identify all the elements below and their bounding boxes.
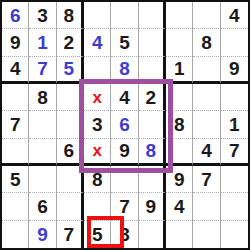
cell-r6c7[interactable] xyxy=(166,139,193,166)
cell-r4c5[interactable]: 4 xyxy=(111,84,138,111)
given-digit: 8 xyxy=(201,33,212,52)
cell-r6c9[interactable]: 7 xyxy=(221,139,248,166)
given-digit: 5 xyxy=(119,33,130,52)
given-digit: 1 xyxy=(229,115,240,134)
cell-r2c8[interactable]: 8 xyxy=(193,29,220,56)
cell-r7c1[interactable]: 5 xyxy=(2,166,29,193)
given-digit: 7 xyxy=(201,170,212,189)
entered-digit: 4 xyxy=(92,33,103,52)
cell-r5c9[interactable]: 1 xyxy=(221,111,248,138)
cell-r9c8[interactable] xyxy=(193,221,220,248)
cell-r1c2[interactable]: 3 xyxy=(29,2,56,29)
cell-r3c9[interactable]: 9 xyxy=(221,57,248,84)
cell-r8c5[interactable]: 7 xyxy=(111,193,138,220)
cell-r1c5[interactable] xyxy=(111,2,138,29)
cell-r8c1[interactable] xyxy=(2,193,29,220)
cell-r2c5[interactable]: 5 xyxy=(111,29,138,56)
cell-r1c8[interactable] xyxy=(193,2,220,29)
cell-r6c3[interactable]: 6 xyxy=(57,139,84,166)
given-digit: 9 xyxy=(146,197,157,216)
given-digit: 4 xyxy=(10,59,21,78)
entered-digit: 8 xyxy=(146,141,157,160)
cell-r7c3[interactable] xyxy=(57,166,84,193)
cell-r3c8[interactable] xyxy=(193,57,220,84)
cell-r2c4[interactable]: 4 xyxy=(84,29,111,56)
entered-digit: 8 xyxy=(119,59,130,78)
cell-r9c5[interactable]: 3 xyxy=(111,221,138,248)
x-mark: x xyxy=(92,142,101,159)
given-digit: 7 xyxy=(10,115,21,134)
cell-r7c5[interactable] xyxy=(111,166,138,193)
cell-r8c8[interactable] xyxy=(193,193,220,220)
cell-r7c4[interactable]: 8 xyxy=(84,166,111,193)
given-digit: 2 xyxy=(146,88,157,107)
cell-r3c7[interactable]: 1 xyxy=(166,57,193,84)
cell-r3c5[interactable]: 8 xyxy=(111,57,138,84)
cell-r3c2[interactable]: 7 xyxy=(29,57,56,84)
given-digit: 2 xyxy=(64,33,75,52)
cell-r8c3[interactable] xyxy=(57,193,84,220)
cell-r1c3[interactable]: 8 xyxy=(57,2,84,29)
cell-r5c8[interactable] xyxy=(193,111,220,138)
given-digit: 8 xyxy=(64,6,75,25)
given-digit: 4 xyxy=(119,88,130,107)
cell-r7c7[interactable]: 9 xyxy=(166,166,193,193)
cell-r8c9[interactable] xyxy=(221,193,248,220)
x-mark: x xyxy=(92,89,101,106)
cell-r7c9[interactable] xyxy=(221,166,248,193)
cell-r9c4[interactable]: 5 xyxy=(84,221,111,248)
cell-r2c2[interactable]: 1 xyxy=(29,29,56,56)
cell-r9c9[interactable] xyxy=(221,221,248,248)
cell-r9c1[interactable] xyxy=(2,221,29,248)
cell-r3c4[interactable] xyxy=(84,57,111,84)
given-digit: 4 xyxy=(229,6,240,25)
sudoku-board: 63849124584758198x42736816x9847589767949… xyxy=(0,0,250,250)
cell-r4c6[interactable]: 2 xyxy=(139,84,166,111)
cell-r7c8[interactable]: 7 xyxy=(193,166,220,193)
cell-r4c8[interactable] xyxy=(193,84,220,111)
cell-r9c3[interactable]: 7 xyxy=(57,221,84,248)
cell-r2c3[interactable]: 2 xyxy=(57,29,84,56)
given-digit: 3 xyxy=(37,6,48,25)
given-digit: 3 xyxy=(119,225,130,244)
cell-r5c6[interactable] xyxy=(139,111,166,138)
cell-r4c7[interactable] xyxy=(166,84,193,111)
given-digit: 6 xyxy=(37,197,48,216)
cell-r2c6[interactable] xyxy=(139,29,166,56)
given-digit: 4 xyxy=(201,141,212,160)
cell-r5c1[interactable]: 7 xyxy=(2,111,29,138)
given-digit: 9 xyxy=(119,141,130,160)
cell-r6c5[interactable]: 9 xyxy=(111,139,138,166)
given-digit: 8 xyxy=(37,88,48,107)
cell-r1c9[interactable]: 4 xyxy=(221,2,248,29)
cell-r2c9[interactable] xyxy=(221,29,248,56)
given-digit: 7 xyxy=(64,225,75,244)
cell-r2c7[interactable] xyxy=(166,29,193,56)
cell-r3c6[interactable] xyxy=(139,57,166,84)
given-digit: 9 xyxy=(229,59,240,78)
given-digit: 3 xyxy=(92,115,103,134)
cell-r6c1[interactable] xyxy=(2,139,29,166)
cell-r5c5[interactable]: 6 xyxy=(111,111,138,138)
cell-r1c7[interactable] xyxy=(166,2,193,29)
given-digit: 6 xyxy=(64,141,75,160)
cell-r5c4[interactable]: 3 xyxy=(84,111,111,138)
entered-digit: 5 xyxy=(64,59,75,78)
given-digit: 5 xyxy=(10,170,21,189)
cell-r8c6[interactable]: 9 xyxy=(139,193,166,220)
entered-digit: 6 xyxy=(10,6,21,25)
entered-digit: 1 xyxy=(37,33,48,52)
cell-r4c3[interactable] xyxy=(57,84,84,111)
given-digit: 9 xyxy=(174,170,185,189)
cell-r9c6[interactable] xyxy=(139,221,166,248)
cell-r1c1[interactable]: 6 xyxy=(2,2,29,29)
given-digit: 7 xyxy=(119,197,130,216)
cell-r4c9[interactable] xyxy=(221,84,248,111)
cell-r2c1[interactable]: 9 xyxy=(2,29,29,56)
given-digit: 8 xyxy=(174,115,185,134)
given-digit: 9 xyxy=(10,33,21,52)
given-digit: 5 xyxy=(92,225,103,244)
cell-r3c1[interactable]: 4 xyxy=(2,57,29,84)
given-digit: 1 xyxy=(174,59,185,78)
given-digit: 7 xyxy=(229,141,240,160)
cell-r4c1[interactable] xyxy=(2,84,29,111)
cell-r1c4[interactable] xyxy=(84,2,111,29)
cell-r4c2[interactable]: 8 xyxy=(29,84,56,111)
given-digit: 4 xyxy=(174,197,185,216)
entered-digit: 9 xyxy=(37,225,48,244)
cell-r4c4[interactable]: x xyxy=(84,84,111,111)
cell-r7c6[interactable] xyxy=(139,166,166,193)
cell-r3c3[interactable]: 5 xyxy=(57,57,84,84)
cell-r9c2[interactable]: 9 xyxy=(29,221,56,248)
cell-r9c7[interactable] xyxy=(166,221,193,248)
entered-digit: 7 xyxy=(37,59,48,78)
cell-r1c6[interactable] xyxy=(139,2,166,29)
cell-r8c2[interactable]: 6 xyxy=(29,193,56,220)
cell-r5c3[interactable] xyxy=(57,111,84,138)
cell-r6c4[interactable]: x xyxy=(84,139,111,166)
cell-r5c2[interactable] xyxy=(29,111,56,138)
cell-r6c2[interactable] xyxy=(29,139,56,166)
given-digit: 8 xyxy=(92,170,103,189)
cell-r7c2[interactable] xyxy=(29,166,56,193)
entered-digit: 6 xyxy=(119,115,130,134)
cell-r8c7[interactable]: 4 xyxy=(166,193,193,220)
cell-r6c6[interactable]: 8 xyxy=(139,139,166,166)
cell-r5c7[interactable]: 8 xyxy=(166,111,193,138)
cell-r6c8[interactable]: 4 xyxy=(193,139,220,166)
cell-r8c4[interactable] xyxy=(84,193,111,220)
